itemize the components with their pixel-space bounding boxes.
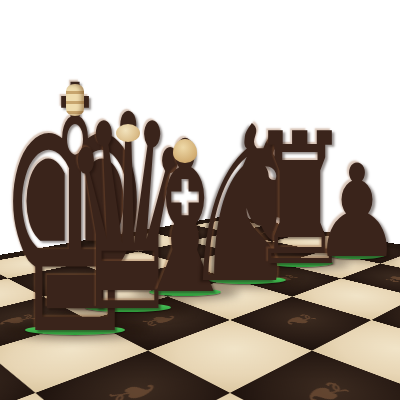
- chess-set-photo: ❧❧❧❧❧❧❧❧❧❧❧❧❧❧❧❧❧❧❧❧❧❧❧❧❧❧❧❧❧❧❧❧ ♚ ♛ ♝ ♞…: [0, 0, 400, 400]
- queen-finial-ball: [116, 124, 140, 142]
- king-finial-bead-stack: [66, 84, 84, 116]
- pawn-piece: ♟: [312, 148, 400, 276]
- bishop-finial-onion: [173, 139, 197, 163]
